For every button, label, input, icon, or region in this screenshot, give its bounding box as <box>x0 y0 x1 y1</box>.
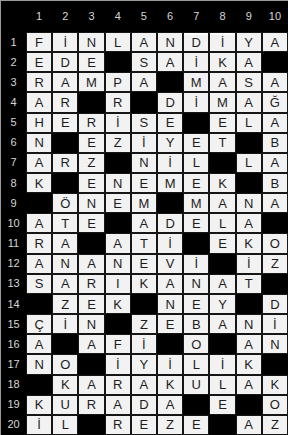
block-cell-r6c9 <box>236 133 262 153</box>
letter-cell-r10c1[interactable]: A <box>26 213 52 233</box>
letter-cell-r5c10[interactable]: A <box>262 113 288 133</box>
letter-cell-r9c7[interactable]: M <box>183 193 209 213</box>
letter-cell-r12c7[interactable]: İ <box>183 254 209 274</box>
letter-cell-r11c8[interactable]: E <box>209 233 235 253</box>
block-cell-r17c3 <box>78 354 104 374</box>
letter-cell-r20c4[interactable]: R <box>105 415 131 435</box>
col-header-6: 6 <box>167 11 173 22</box>
letter-cell-r1c2[interactable]: İ <box>52 32 78 52</box>
row-header-1: 1 <box>10 37 16 48</box>
row-header-11: 11 <box>8 238 19 249</box>
letter-cell-r15c9[interactable]: N <box>236 314 262 334</box>
letter-cell-r5c9[interactable]: L <box>236 113 262 133</box>
letter-cell-r13c1[interactable]: S <box>26 274 52 294</box>
col-header-5: 5 <box>141 11 147 22</box>
letter-cell-r19c2[interactable]: U <box>52 395 78 415</box>
block-cell-r2c10 <box>262 52 288 72</box>
block-cell-r4c3 <box>78 92 104 112</box>
letter-cell-r18c10[interactable]: K <box>262 375 288 395</box>
block-cell-r7c4 <box>105 153 131 173</box>
letter-cell-r5c4[interactable]: İ <box>105 113 131 133</box>
letter-cell-r6c4[interactable]: Z <box>105 133 131 153</box>
letter-cell-r1c3[interactable]: N <box>78 32 104 52</box>
letter-cell-r13c3[interactable]: R <box>78 274 104 294</box>
letter-cell-r8c10[interactable]: B <box>262 173 288 193</box>
letter-cell-r13c8[interactable]: A <box>209 274 235 294</box>
letter-cell-r1c7[interactable]: D <box>183 32 209 52</box>
letter-cell-r11c6[interactable]: İ <box>157 233 183 253</box>
letter-cell-r4c7[interactable]: İ <box>183 92 209 112</box>
block-cell-r5c7 <box>183 113 209 133</box>
letter-cell-r9c9[interactable]: N <box>236 193 262 213</box>
letter-cell-r3c3[interactable]: M <box>78 72 104 92</box>
letter-cell-r16c5[interactable]: İ <box>131 334 157 354</box>
letter-cell-r8c7[interactable]: E <box>183 173 209 193</box>
block-cell-r10c10 <box>262 213 288 233</box>
row-header-5: 5 <box>10 117 16 128</box>
letter-cell-r2c7[interactable]: İ <box>183 52 209 72</box>
row-header-8: 8 <box>10 178 16 189</box>
col-header-10: 10 <box>269 11 281 22</box>
letter-cell-r18c4[interactable]: R <box>105 375 131 395</box>
letter-cell-r3c4[interactable]: P <box>105 72 131 92</box>
letter-cell-r14c4[interactable]: K <box>105 294 131 314</box>
letter-cell-r2c1[interactable]: E <box>26 52 52 72</box>
letter-cell-r5c1[interactable]: H <box>26 113 52 133</box>
row-header-15: 15 <box>7 319 19 330</box>
letter-cell-r4c10[interactable]: Ğ <box>262 92 288 112</box>
letter-cell-r7c7[interactable]: L <box>183 153 209 173</box>
letter-cell-r14c8[interactable]: Y <box>209 294 235 314</box>
block-cell-r15c4 <box>105 314 131 334</box>
letter-cell-r7c6[interactable]: İ <box>157 153 183 173</box>
block-cell-r10c4 <box>105 213 131 233</box>
letter-cell-r7c9[interactable]: L <box>236 153 262 173</box>
letter-cell-r20c5[interactable]: E <box>131 415 157 435</box>
block-cell-r9c1 <box>26 193 52 213</box>
letter-cell-r11c4[interactable]: A <box>105 233 131 253</box>
letter-cell-r15c6[interactable]: E <box>157 314 183 334</box>
letter-cell-r16c9[interactable]: A <box>236 334 262 354</box>
letter-cell-r9c5[interactable]: M <box>131 193 157 213</box>
letter-cell-r17c7[interactable]: L <box>183 354 209 374</box>
crossword-page: 12345678910 1234567891011121314151617181… <box>0 0 288 435</box>
letter-cell-r18c6[interactable]: K <box>157 375 183 395</box>
row-header-9: 9 <box>10 198 16 209</box>
letter-cell-r11c5[interactable]: T <box>131 233 157 253</box>
letter-cell-r10c5[interactable]: A <box>131 213 157 233</box>
letter-cell-r6c6[interactable]: Y <box>157 133 183 153</box>
letter-cell-r6c7[interactable]: E <box>183 133 209 153</box>
letter-cell-r3c10[interactable]: A <box>262 72 288 92</box>
block-cell-r20c8 <box>209 415 235 435</box>
letter-cell-r20c6[interactable]: Z <box>157 415 183 435</box>
letter-cell-r16c10[interactable]: N <box>262 334 288 354</box>
letter-cell-r17c5[interactable]: Y <box>131 354 157 374</box>
letter-cell-r15c1[interactable]: Ç <box>26 314 52 334</box>
block-cell-r13c10 <box>262 274 288 294</box>
row-header-3: 3 <box>10 77 16 88</box>
letter-cell-r13c9[interactable]: T <box>236 274 262 294</box>
letter-cell-r16c7[interactable]: O <box>183 334 209 354</box>
letter-cell-r19c4[interactable]: A <box>105 395 131 415</box>
letter-cell-r3c8[interactable]: A <box>209 72 235 92</box>
row-header-14: 14 <box>7 299 19 310</box>
block-cell-r11c7 <box>183 233 209 253</box>
letter-cell-r1c9[interactable]: Y <box>236 32 262 52</box>
block-cell-r6c2 <box>52 133 78 153</box>
block-cell-r12c8 <box>209 254 235 274</box>
letter-cell-r11c1[interactable]: R <box>26 233 52 253</box>
row-header-2: 2 <box>10 57 16 68</box>
letter-cell-r7c2[interactable]: R <box>52 153 78 173</box>
letter-cell-r17c1[interactable]: N <box>26 354 52 374</box>
letter-cell-r14c10[interactable]: D <box>262 294 288 314</box>
letter-cell-r14c7[interactable]: E <box>183 294 209 314</box>
letter-cell-r13c2[interactable]: A <box>52 274 78 294</box>
letter-cell-r4c8[interactable]: M <box>209 92 235 112</box>
row-header-18: 18 <box>7 379 19 390</box>
block-cell-r2c4 <box>105 52 131 72</box>
letter-cell-r15c2[interactable]: İ <box>52 314 78 334</box>
letter-cell-r9c8[interactable]: A <box>209 193 235 213</box>
letter-cell-r1c1[interactable]: F <box>26 32 52 52</box>
block-cell-r16c8 <box>209 334 235 354</box>
letter-cell-r12c10[interactable]: Z <box>262 254 288 274</box>
letter-cell-r19c6[interactable]: A <box>157 395 183 415</box>
block-cell-r20c3 <box>78 415 104 435</box>
row-header-4: 4 <box>10 97 16 108</box>
block-cell-r8c9 <box>236 173 262 193</box>
letter-cell-r11c10[interactable]: O <box>262 233 288 253</box>
letter-cell-r16c3[interactable]: A <box>78 334 104 354</box>
letter-cell-r1c5[interactable]: A <box>131 32 157 52</box>
col-header-4: 4 <box>115 11 121 22</box>
crossword-board: FİNLANDİYAEDESAİKARAMPAMASAARRDİMAĞHERİS… <box>26 32 288 435</box>
letter-cell-r19c3[interactable]: R <box>78 395 104 415</box>
letter-cell-r4c6[interactable]: D <box>157 92 183 112</box>
col-header-8: 8 <box>219 11 225 22</box>
letter-cell-r2c5[interactable]: S <box>131 52 157 72</box>
letter-cell-r2c9[interactable]: A <box>236 52 262 72</box>
col-header-3: 3 <box>88 11 94 22</box>
letter-cell-r1c4[interactable]: L <box>105 32 131 52</box>
block-cell-r19c9 <box>236 395 262 415</box>
letter-cell-r8c4[interactable]: N <box>105 173 131 193</box>
block-cell-r9c6 <box>157 193 183 213</box>
letter-cell-r13c7[interactable]: N <box>183 274 209 294</box>
letter-cell-r16c1[interactable]: A <box>26 334 52 354</box>
letter-cell-r13c6[interactable]: A <box>157 274 183 294</box>
letter-cell-r7c10[interactable]: A <box>262 153 288 173</box>
block-cell-r17c10 <box>262 354 288 374</box>
block-cell-r16c6 <box>157 334 183 354</box>
column-headers: 12345678910 <box>26 1 288 32</box>
letter-cell-r19c1[interactable]: K <box>26 395 52 415</box>
block-cell-r14c5 <box>131 294 157 314</box>
letter-cell-r8c3[interactable]: E <box>78 173 104 193</box>
letter-cell-r20c1[interactable]: İ <box>26 415 52 435</box>
letter-cell-r20c7[interactable]: E <box>183 415 209 435</box>
letter-cell-r5c6[interactable]: E <box>157 113 183 133</box>
letter-cell-r12c9[interactable]: İ <box>236 254 262 274</box>
letter-cell-r15c8[interactable]: A <box>209 314 235 334</box>
letter-cell-r17c6[interactable]: İ <box>157 354 183 374</box>
letter-cell-r17c8[interactable]: İ <box>209 354 235 374</box>
letter-cell-r10c6[interactable]: D <box>157 213 183 233</box>
letter-cell-r20c2[interactable]: L <box>52 415 78 435</box>
letter-cell-r4c9[interactable]: A <box>236 92 262 112</box>
block-cell-r11c3 <box>78 233 104 253</box>
letter-cell-r20c9[interactable]: A <box>236 415 262 435</box>
letter-cell-r2c3[interactable]: E <box>78 52 104 72</box>
letter-cell-r12c5[interactable]: E <box>131 254 157 274</box>
letter-cell-r4c4[interactable]: R <box>105 92 131 112</box>
letter-cell-r9c10[interactable]: A <box>262 193 288 213</box>
block-cell-r8c2 <box>52 173 78 193</box>
letter-cell-r12c6[interactable]: V <box>157 254 183 274</box>
letter-cell-r3c2[interactable]: A <box>52 72 78 92</box>
letter-cell-r7c3[interactable]: Z <box>78 153 104 173</box>
row-header-16: 16 <box>7 339 19 350</box>
letter-cell-r13c4[interactable]: I <box>105 274 131 294</box>
col-header-7: 7 <box>193 11 199 22</box>
letter-cell-r1c8[interactable]: İ <box>209 32 235 52</box>
letter-cell-r18c9[interactable]: A <box>236 375 262 395</box>
letter-cell-r19c10[interactable]: O <box>262 395 288 415</box>
letter-cell-r9c3[interactable]: N <box>78 193 104 213</box>
letter-cell-r6c3[interactable]: E <box>78 133 104 153</box>
letter-cell-r2c6[interactable]: A <box>157 52 183 72</box>
letter-cell-r10c7[interactable]: E <box>183 213 209 233</box>
letter-cell-r11c2[interactable]: A <box>52 233 78 253</box>
letter-cell-r5c5[interactable]: S <box>131 113 157 133</box>
letter-cell-r7c5[interactable]: N <box>131 153 157 173</box>
letter-cell-r3c1[interactable]: R <box>26 72 52 92</box>
letter-cell-r12c1[interactable]: A <box>26 254 52 274</box>
letter-cell-r3c9[interactable]: S <box>236 72 262 92</box>
letter-cell-r19c8[interactable]: E <box>209 395 235 415</box>
letter-cell-r20c10[interactable]: Z <box>262 415 288 435</box>
letter-cell-r8c6[interactable]: M <box>157 173 183 193</box>
row-header-7: 7 <box>10 157 16 168</box>
col-header-9: 9 <box>246 11 252 22</box>
letter-cell-r6c10[interactable]: B <box>262 133 288 153</box>
letter-cell-r4c2[interactable]: R <box>52 92 78 112</box>
letter-cell-r5c8[interactable]: E <box>209 113 235 133</box>
letter-cell-r15c7[interactable]: B <box>183 314 209 334</box>
letter-cell-r2c2[interactable]: D <box>52 52 78 72</box>
row-header-6: 6 <box>10 137 16 148</box>
letter-cell-r14c2[interactable]: Z <box>52 294 78 314</box>
letter-cell-r1c10[interactable]: A <box>262 32 288 52</box>
letter-cell-r6c8[interactable]: T <box>209 133 235 153</box>
letter-cell-r18c5[interactable]: A <box>131 375 157 395</box>
letter-cell-r8c1[interactable]: K <box>26 173 52 193</box>
letter-cell-r10c2[interactable]: T <box>52 213 78 233</box>
letter-cell-r6c5[interactable]: İ <box>131 133 157 153</box>
col-header-2: 2 <box>62 11 68 22</box>
letter-cell-r11c9[interactable]: K <box>236 233 262 253</box>
letter-cell-r15c10[interactable]: İ <box>262 314 288 334</box>
letter-cell-r17c4[interactable]: İ <box>105 354 131 374</box>
letter-cell-r12c4[interactable]: N <box>105 254 131 274</box>
letter-cell-r16c4[interactable]: F <box>105 334 131 354</box>
block-cell-r3c6 <box>157 72 183 92</box>
letter-cell-r18c7[interactable]: U <box>183 375 209 395</box>
row-header-19: 19 <box>7 399 19 410</box>
letter-cell-r7c1[interactable]: A <box>26 153 52 173</box>
block-cell-r7c8 <box>209 153 235 173</box>
letter-cell-r6c1[interactable]: N <box>26 133 52 153</box>
letter-cell-r14c3[interactable]: E <box>78 294 104 314</box>
letter-cell-r19c5[interactable]: D <box>131 395 157 415</box>
letter-cell-r5c3[interactable]: R <box>78 113 104 133</box>
row-header-13: 13 <box>7 278 19 289</box>
letter-cell-r10c8[interactable]: L <box>209 213 235 233</box>
block-cell-r14c1 <box>26 294 52 314</box>
letter-cell-r12c2[interactable]: N <box>52 254 78 274</box>
letter-cell-r10c3[interactable]: E <box>78 213 104 233</box>
block-cell-r4c5 <box>131 92 157 112</box>
row-header-10: 10 <box>7 218 19 229</box>
letter-cell-r10c9[interactable]: A <box>236 213 262 233</box>
letter-cell-r18c3[interactable]: A <box>78 375 104 395</box>
letter-cell-r18c2[interactable]: K <box>52 375 78 395</box>
block-cell-r19c7 <box>183 395 209 415</box>
letter-cell-r15c5[interactable]: Z <box>131 314 157 334</box>
letter-cell-r2c8[interactable]: K <box>209 52 235 72</box>
letter-cell-r8c5[interactable]: E <box>131 173 157 193</box>
letter-cell-r17c2[interactable]: O <box>52 354 78 374</box>
letter-cell-r17c9[interactable]: K <box>236 354 262 374</box>
block-cell-r18c1 <box>26 375 52 395</box>
letter-cell-r15c3[interactable]: N <box>78 314 104 334</box>
letter-cell-r1c6[interactable]: N <box>157 32 183 52</box>
block-cell-r14c9 <box>236 294 262 314</box>
letter-cell-r18c8[interactable]: L <box>209 375 235 395</box>
letter-cell-r14c6[interactable]: N <box>157 294 183 314</box>
letter-cell-r4c1[interactable]: A <box>26 92 52 112</box>
letter-cell-r9c4[interactable]: E <box>105 193 131 213</box>
letter-cell-r3c7[interactable]: M <box>183 72 209 92</box>
letter-cell-r3c5[interactable]: A <box>131 72 157 92</box>
letter-cell-r5c2[interactable]: E <box>52 113 78 133</box>
row-header-20: 20 <box>7 419 19 430</box>
block-cell-r16c2 <box>52 334 78 354</box>
row-header-17: 17 <box>7 359 19 370</box>
letter-cell-r9c2[interactable]: Ö <box>52 193 78 213</box>
letter-cell-r13c5[interactable]: K <box>131 274 157 294</box>
col-header-1: 1 <box>36 11 42 22</box>
row-headers: 1234567891011121314151617181920 <box>1 32 26 435</box>
letter-cell-r8c8[interactable]: K <box>209 173 235 193</box>
letter-cell-r12c3[interactable]: A <box>78 254 104 274</box>
row-header-12: 12 <box>7 258 19 269</box>
